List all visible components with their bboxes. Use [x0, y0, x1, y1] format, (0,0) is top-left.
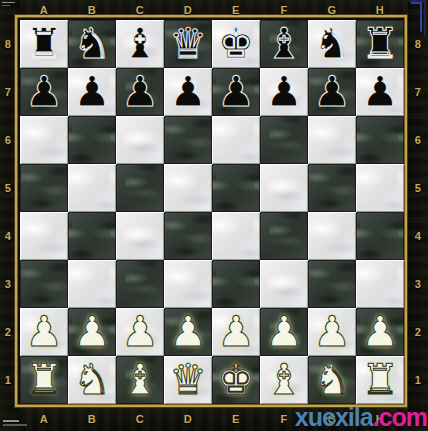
file-label-c-top: C: [116, 2, 164, 18]
square-d7[interactable]: ♟: [164, 68, 212, 116]
square-c3[interactable]: [116, 260, 164, 308]
rank-label-2-left: 2: [0, 308, 16, 356]
file-label-c-bottom: C: [116, 410, 164, 428]
file-label-a-top: A: [20, 2, 68, 18]
chess-app-window: ABCDEFGH ABCDEFGH 87654321 87654321 ♜♞♝♛…: [0, 0, 428, 431]
square-b8[interactable]: ♞: [68, 20, 116, 68]
piece-black-pawn[interactable]: ♟: [361, 68, 399, 116]
rank-label-4-left: 4: [0, 212, 16, 260]
square-g5[interactable]: [308, 164, 356, 212]
piece-black-king[interactable]: ♚: [217, 20, 255, 68]
piece-white-pawn[interactable]: ♟: [73, 308, 111, 356]
rank-label-3-left: 3: [0, 260, 16, 308]
square-e1[interactable]: ♚: [212, 356, 260, 404]
piece-white-knight[interactable]: ♞: [313, 356, 351, 404]
square-b5[interactable]: [68, 164, 116, 212]
watermark-tld: .com: [373, 403, 427, 431]
square-b2[interactable]: ♟: [68, 308, 116, 356]
square-a1[interactable]: ♜: [20, 356, 68, 404]
square-d3[interactable]: [164, 260, 212, 308]
square-f6[interactable]: [260, 116, 308, 164]
square-b6[interactable]: [68, 116, 116, 164]
square-e2[interactable]: ♟: [212, 308, 260, 356]
piece-white-pawn[interactable]: ♟: [217, 308, 255, 356]
rank-labels-left: 87654321: [0, 20, 16, 404]
piece-white-pawn[interactable]: ♟: [313, 308, 351, 356]
square-h3[interactable]: [356, 260, 404, 308]
watermark-site: xuexila: [295, 403, 373, 431]
square-a7[interactable]: ♟: [20, 68, 68, 116]
square-h2[interactable]: ♟: [356, 308, 404, 356]
square-f8[interactable]: ♝: [260, 20, 308, 68]
piece-white-rook[interactable]: ♜: [361, 356, 399, 404]
square-f3[interactable]: [260, 260, 308, 308]
file-label-d-top: D: [164, 2, 212, 18]
square-f2[interactable]: ♟: [260, 308, 308, 356]
square-g2[interactable]: ♟: [308, 308, 356, 356]
square-a4[interactable]: [20, 212, 68, 260]
file-labels-top: ABCDEFGH: [20, 2, 404, 18]
piece-white-bishop[interactable]: ♝: [121, 356, 159, 404]
square-a5[interactable]: [20, 164, 68, 212]
piece-white-pawn[interactable]: ♟: [169, 308, 207, 356]
file-label-b-bottom: B: [68, 410, 116, 428]
watermark: xuexila.com: [295, 404, 427, 431]
square-d6[interactable]: [164, 116, 212, 164]
square-c6[interactable]: [116, 116, 164, 164]
rank-label-1-right: 1: [409, 356, 427, 404]
square-a8[interactable]: ♜: [20, 20, 68, 68]
square-e5[interactable]: [212, 164, 260, 212]
piece-black-queen[interactable]: ♛: [169, 20, 207, 68]
square-d4[interactable]: [164, 212, 212, 260]
rank-label-3-right: 3: [409, 260, 427, 308]
file-label-e-top: E: [212, 2, 260, 18]
piece-black-pawn[interactable]: ♟: [25, 68, 63, 116]
piece-black-rook[interactable]: ♜: [361, 20, 399, 68]
piece-black-pawn[interactable]: ♟: [169, 68, 207, 116]
piece-white-pawn[interactable]: ♟: [121, 308, 159, 356]
square-g7[interactable]: ♟: [308, 68, 356, 116]
file-label-f-top: F: [260, 2, 308, 18]
square-g4[interactable]: [308, 212, 356, 260]
square-b4[interactable]: [68, 212, 116, 260]
piece-white-pawn[interactable]: ♟: [361, 308, 399, 356]
square-d1[interactable]: ♛: [164, 356, 212, 404]
piece-white-bishop[interactable]: ♝: [265, 356, 303, 404]
square-d5[interactable]: [164, 164, 212, 212]
piece-black-pawn[interactable]: ♟: [265, 68, 303, 116]
piece-black-bishop[interactable]: ♝: [121, 20, 159, 68]
square-b7[interactable]: ♟: [68, 68, 116, 116]
piece-black-knight[interactable]: ♞: [73, 20, 111, 68]
rank-label-8-left: 8: [0, 20, 16, 68]
square-g1[interactable]: ♞: [308, 356, 356, 404]
file-label-e-bottom: E: [212, 410, 260, 428]
rank-label-7-left: 7: [0, 68, 16, 116]
square-h4[interactable]: [356, 212, 404, 260]
square-e4[interactable]: [212, 212, 260, 260]
square-h1[interactable]: ♜: [356, 356, 404, 404]
square-g6[interactable]: [308, 116, 356, 164]
square-g3[interactable]: [308, 260, 356, 308]
square-d8[interactable]: ♛: [164, 20, 212, 68]
piece-white-king[interactable]: ♚: [217, 356, 255, 404]
file-label-b-top: B: [68, 2, 116, 18]
square-e8[interactable]: ♚: [212, 20, 260, 68]
piece-black-pawn[interactable]: ♟: [73, 68, 111, 116]
square-e7[interactable]: ♟: [212, 68, 260, 116]
square-e3[interactable]: [212, 260, 260, 308]
square-a6[interactable]: [20, 116, 68, 164]
piece-black-bishop[interactable]: ♝: [265, 20, 303, 68]
square-h7[interactable]: ♟: [356, 68, 404, 116]
rank-label-7-right: 7: [409, 68, 427, 116]
square-f7[interactable]: ♟: [260, 68, 308, 116]
square-c5[interactable]: [116, 164, 164, 212]
piece-white-pawn[interactable]: ♟: [265, 308, 303, 356]
piece-black-knight[interactable]: ♞: [313, 20, 351, 68]
piece-black-pawn[interactable]: ♟: [121, 68, 159, 116]
rank-label-5-right: 5: [409, 164, 427, 212]
square-g8[interactable]: ♞: [308, 20, 356, 68]
rank-label-6-right: 6: [409, 116, 427, 164]
square-f4[interactable]: [260, 212, 308, 260]
square-h6[interactable]: [356, 116, 404, 164]
rank-label-4-right: 4: [409, 212, 427, 260]
file-label-d-bottom: D: [164, 410, 212, 428]
square-b1[interactable]: ♞: [68, 356, 116, 404]
square-b3[interactable]: [68, 260, 116, 308]
piece-white-queen[interactable]: ♛: [169, 356, 207, 404]
rank-label-6-left: 6: [0, 116, 16, 164]
square-h8[interactable]: ♜: [356, 20, 404, 68]
piece-black-rook[interactable]: ♜: [25, 20, 63, 68]
square-f5[interactable]: [260, 164, 308, 212]
square-f1[interactable]: ♝: [260, 356, 308, 404]
piece-black-pawn[interactable]: ♟: [217, 68, 255, 116]
rank-label-5-left: 5: [0, 164, 16, 212]
rank-label-2-right: 2: [409, 308, 427, 356]
file-label-a-bottom: A: [20, 410, 68, 428]
square-a3[interactable]: [20, 260, 68, 308]
square-c7[interactable]: ♟: [116, 68, 164, 116]
square-d2[interactable]: ♟: [164, 308, 212, 356]
file-label-g-top: G: [308, 2, 356, 18]
rank-labels-right: 87654321: [409, 20, 427, 404]
square-c2[interactable]: ♟: [116, 308, 164, 356]
rank-label-8-right: 8: [409, 20, 427, 68]
square-e6[interactable]: [212, 116, 260, 164]
piece-white-knight[interactable]: ♞: [73, 356, 111, 404]
piece-white-rook[interactable]: ♜: [25, 356, 63, 404]
piece-black-pawn[interactable]: ♟: [313, 68, 351, 116]
square-c4[interactable]: [116, 212, 164, 260]
square-a2[interactable]: ♟: [20, 308, 68, 356]
square-c8[interactable]: ♝: [116, 20, 164, 68]
square-c1[interactable]: ♝: [116, 356, 164, 404]
square-h5[interactable]: [356, 164, 404, 212]
file-label-h-top: H: [356, 2, 404, 18]
piece-white-pawn[interactable]: ♟: [25, 308, 63, 356]
rank-label-1-left: 1: [0, 356, 16, 404]
chess-board[interactable]: ♜♞♝♛♚♝♞♜♟♟♟♟♟♟♟♟♟♟♟♟♟♟♟♟♜♞♝♛♚♝♞♜: [20, 20, 404, 404]
